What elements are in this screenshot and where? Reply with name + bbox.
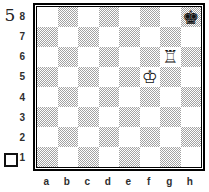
- square-h8: ♚: [181, 7, 202, 27]
- square-f3: [140, 107, 161, 127]
- file-label-c: c: [77, 174, 98, 188]
- square-h5: [181, 67, 202, 87]
- file-label-b: b: [57, 174, 78, 188]
- square-d7: [99, 27, 120, 47]
- square-g8: [160, 7, 181, 27]
- square-f5: ♔: [140, 67, 161, 87]
- square-e3: [119, 107, 140, 127]
- rank-label-6: 6: [14, 47, 28, 67]
- board-inner-border: ♚♖♔: [36, 6, 202, 168]
- square-f7: [140, 27, 161, 47]
- square-a1: [37, 147, 58, 167]
- rank-label-4: 4: [14, 87, 28, 107]
- square-c1: [78, 147, 99, 167]
- square-e1: [119, 147, 140, 167]
- square-e2: [119, 127, 140, 147]
- rank-labels: 87654321: [14, 6, 28, 168]
- square-d5: [99, 67, 120, 87]
- square-h7: [181, 27, 202, 47]
- square-c8: [78, 7, 99, 27]
- file-label-h: h: [180, 174, 201, 188]
- square-g4: [160, 87, 181, 107]
- file-label-d: d: [98, 174, 119, 188]
- square-c5: [78, 67, 99, 87]
- square-f2: [140, 127, 161, 147]
- square-d4: [99, 87, 120, 107]
- square-h4: [181, 87, 202, 107]
- white-rook: ♖: [162, 48, 178, 66]
- board-grid: ♚♖♔: [37, 7, 201, 167]
- square-b1: [58, 147, 79, 167]
- square-g7: [160, 27, 181, 47]
- square-e5: [119, 67, 140, 87]
- file-label-f: f: [139, 174, 160, 188]
- square-b4: [58, 87, 79, 107]
- square-e6: [119, 47, 140, 67]
- rank-label-5: 5: [14, 67, 28, 87]
- square-b5: [58, 67, 79, 87]
- square-e8: [119, 7, 140, 27]
- square-a7: [37, 27, 58, 47]
- square-a4: [37, 87, 58, 107]
- square-d1: [99, 147, 120, 167]
- file-label-e: e: [118, 174, 139, 188]
- square-g3: [160, 107, 181, 127]
- rank-label-8: 8: [14, 6, 28, 26]
- square-c4: [78, 87, 99, 107]
- rank-label-1: 1: [14, 148, 28, 168]
- square-b2: [58, 127, 79, 147]
- square-f1: [140, 147, 161, 167]
- square-a5: [37, 67, 58, 87]
- square-h2: [181, 127, 202, 147]
- square-c7: [78, 27, 99, 47]
- file-label-a: a: [36, 174, 57, 188]
- square-h3: [181, 107, 202, 127]
- square-e4: [119, 87, 140, 107]
- square-c3: [78, 107, 99, 127]
- square-f6: [140, 47, 161, 67]
- square-a3: [37, 107, 58, 127]
- square-h1: [181, 147, 202, 167]
- square-d3: [99, 107, 120, 127]
- square-b8: [58, 7, 79, 27]
- square-c2: [78, 127, 99, 147]
- white-king: ♔: [142, 68, 158, 86]
- square-f4: [140, 87, 161, 107]
- square-f8: [140, 7, 161, 27]
- square-g1: [160, 147, 181, 167]
- rank-label-7: 7: [14, 26, 28, 46]
- square-g5: [160, 67, 181, 87]
- chess-puzzle-diagram: 5 87654321 ♚♖♔ abcdefgh: [0, 0, 209, 192]
- square-e7: [119, 27, 140, 47]
- square-g2: [160, 127, 181, 147]
- square-d8: [99, 7, 120, 27]
- black-king: ♚: [182, 8, 199, 27]
- square-g6: ♖: [160, 47, 181, 67]
- square-a8: [37, 7, 58, 27]
- square-c6: [78, 47, 99, 67]
- square-d6: [99, 47, 120, 67]
- square-h6: [181, 47, 202, 67]
- rank-label-2: 2: [14, 128, 28, 148]
- rank-label-3: 3: [14, 107, 28, 127]
- square-a6: [37, 47, 58, 67]
- square-b3: [58, 107, 79, 127]
- square-b7: [58, 27, 79, 47]
- chess-board: ♚♖♔: [33, 3, 205, 171]
- square-b6: [58, 47, 79, 67]
- file-labels: abcdefgh: [36, 174, 200, 188]
- file-label-g: g: [159, 174, 180, 188]
- square-a2: [37, 127, 58, 147]
- square-d2: [99, 127, 120, 147]
